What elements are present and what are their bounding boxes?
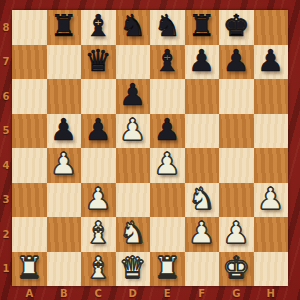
file-label-a: A (12, 286, 47, 300)
white-pawn-f2: ♟ (188, 218, 215, 248)
chess-board: ♜♝♞♞♜♚♛♝♟♟♟♟♟♟♟♟♟♟♟♞♟♝♞♟♟♜♝♛♜♚ (12, 10, 288, 286)
black-pawn-d6: ♟ (119, 80, 146, 110)
square-f1[interactable] (185, 252, 220, 287)
black-pawn-g7: ♟ (223, 46, 250, 76)
white-rook-e1: ♜ (154, 253, 181, 283)
square-d3[interactable] (116, 183, 151, 218)
black-knight-d8: ♞ (119, 11, 146, 41)
square-f3[interactable]: ♞ (185, 183, 220, 218)
square-h5[interactable] (254, 114, 289, 149)
white-bishop-c1: ♝ (85, 253, 112, 283)
white-queen-d1: ♛ (119, 253, 146, 283)
square-h3[interactable]: ♟ (254, 183, 289, 218)
square-a4[interactable] (12, 148, 47, 183)
square-b7[interactable] (47, 45, 82, 80)
rank-label-8: 8 (0, 10, 12, 45)
square-h2[interactable] (254, 217, 289, 252)
white-pawn-h3: ♟ (257, 184, 284, 214)
square-d6[interactable]: ♟ (116, 79, 151, 114)
square-h8[interactable] (254, 10, 289, 45)
white-pawn-d5: ♟ (119, 115, 146, 145)
square-c1[interactable]: ♝ (81, 252, 116, 287)
white-knight-f3: ♞ (188, 184, 215, 214)
white-rook-a1: ♜ (16, 253, 43, 283)
square-f7[interactable]: ♟ (185, 45, 220, 80)
square-a2[interactable] (12, 217, 47, 252)
black-rook-b8: ♜ (50, 11, 77, 41)
square-b3[interactable] (47, 183, 82, 218)
square-e2[interactable] (150, 217, 185, 252)
square-f6[interactable] (185, 79, 220, 114)
black-rook-f8: ♜ (188, 11, 215, 41)
file-label-b: B (47, 286, 82, 300)
square-f5[interactable] (185, 114, 220, 149)
square-c2[interactable]: ♝ (81, 217, 116, 252)
square-h7[interactable]: ♟ (254, 45, 289, 80)
square-e4[interactable]: ♟ (150, 148, 185, 183)
black-pawn-b5: ♟ (50, 115, 77, 145)
square-g2[interactable]: ♟ (219, 217, 254, 252)
square-b4[interactable]: ♟ (47, 148, 82, 183)
square-a8[interactable] (12, 10, 47, 45)
square-c4[interactable] (81, 148, 116, 183)
rank-label-7: 7 (0, 45, 12, 80)
square-d8[interactable]: ♞ (116, 10, 151, 45)
square-a1[interactable]: ♜ (12, 252, 47, 287)
white-pawn-b4: ♟ (50, 149, 77, 179)
black-knight-e8: ♞ (154, 11, 181, 41)
square-g7[interactable]: ♟ (219, 45, 254, 80)
square-e7[interactable]: ♝ (150, 45, 185, 80)
black-pawn-e5: ♟ (154, 115, 181, 145)
black-bishop-c8: ♝ (85, 11, 112, 41)
square-d1[interactable]: ♛ (116, 252, 151, 287)
black-queen-c7: ♛ (85, 46, 112, 76)
square-f4[interactable] (185, 148, 220, 183)
square-e3[interactable] (150, 183, 185, 218)
white-bishop-c2: ♝ (85, 218, 112, 248)
square-b1[interactable] (47, 252, 82, 287)
white-pawn-c3: ♟ (85, 184, 112, 214)
square-g3[interactable] (219, 183, 254, 218)
square-c3[interactable]: ♟ (81, 183, 116, 218)
white-pawn-g2: ♟ (223, 218, 250, 248)
black-bishop-e7: ♝ (154, 46, 181, 76)
rank-label-2: 2 (0, 217, 12, 252)
square-d7[interactable] (116, 45, 151, 80)
square-b6[interactable] (47, 79, 82, 114)
white-king-g1: ♚ (223, 253, 250, 283)
square-f2[interactable]: ♟ (185, 217, 220, 252)
square-g8[interactable]: ♚ (219, 10, 254, 45)
square-h4[interactable] (254, 148, 289, 183)
square-h6[interactable] (254, 79, 289, 114)
square-c7[interactable]: ♛ (81, 45, 116, 80)
file-label-d: D (116, 286, 151, 300)
square-a6[interactable] (12, 79, 47, 114)
square-a7[interactable] (12, 45, 47, 80)
square-g4[interactable] (219, 148, 254, 183)
file-label-g: G (219, 286, 254, 300)
black-pawn-h7: ♟ (257, 46, 284, 76)
square-b2[interactable] (47, 217, 82, 252)
file-label-h: H (254, 286, 289, 300)
square-d4[interactable] (116, 148, 151, 183)
square-b8[interactable]: ♜ (47, 10, 82, 45)
square-f8[interactable]: ♜ (185, 10, 220, 45)
rank-label-5: 5 (0, 114, 12, 149)
file-label-e: E (150, 286, 185, 300)
white-knight-d2: ♞ (119, 218, 146, 248)
square-g5[interactable] (219, 114, 254, 149)
white-pawn-e4: ♟ (154, 149, 181, 179)
file-label-c: C (81, 286, 116, 300)
square-e6[interactable] (150, 79, 185, 114)
rank-label-3: 3 (0, 183, 12, 218)
black-pawn-f7: ♟ (188, 46, 215, 76)
square-h1[interactable] (254, 252, 289, 287)
square-a5[interactable] (12, 114, 47, 149)
square-c6[interactable] (81, 79, 116, 114)
black-king-g8: ♚ (223, 11, 250, 41)
square-c8[interactable]: ♝ (81, 10, 116, 45)
square-g6[interactable] (219, 79, 254, 114)
square-e8[interactable]: ♞ (150, 10, 185, 45)
square-b5[interactable]: ♟ (47, 114, 82, 149)
square-c5[interactable]: ♟ (81, 114, 116, 149)
file-label-f: F (185, 286, 220, 300)
square-a3[interactable] (12, 183, 47, 218)
rank-label-6: 6 (0, 79, 12, 114)
chess-board-frame: 87654321 ♜♝♞♞♜♚♛♝♟♟♟♟♟♟♟♟♟♟♟♞♟♝♞♟♟♜♝♛♜♚ … (0, 0, 300, 300)
square-d5[interactable]: ♟ (116, 114, 151, 149)
square-d2[interactable]: ♞ (116, 217, 151, 252)
square-e1[interactable]: ♜ (150, 252, 185, 287)
rank-label-4: 4 (0, 148, 12, 183)
square-e5[interactable]: ♟ (150, 114, 185, 149)
rank-label-1: 1 (0, 252, 12, 287)
square-g1[interactable]: ♚ (219, 252, 254, 287)
black-pawn-c5: ♟ (85, 115, 112, 145)
